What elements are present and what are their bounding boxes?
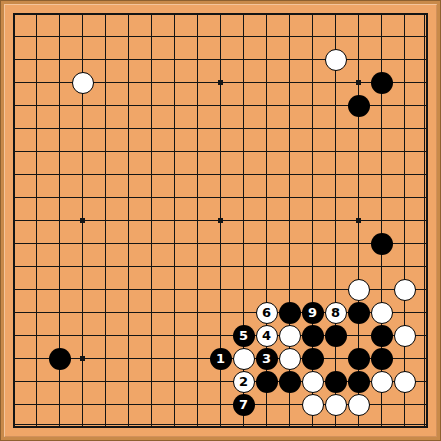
white-stone: 2: [233, 371, 255, 393]
white-stone: [233, 348, 255, 370]
black-stone: 5: [233, 325, 255, 347]
black-stone: [279, 371, 301, 393]
black-stone: 1: [210, 348, 232, 370]
white-stone: [394, 279, 416, 301]
move-number-label: 5: [239, 329, 248, 342]
go-board-surface: 698541327: [4, 4, 437, 437]
move-number-label: 6: [262, 306, 271, 319]
black-stone: 9: [302, 302, 324, 324]
move-number-label: 2: [239, 375, 248, 388]
white-stone: [279, 325, 301, 347]
white-stone: [348, 394, 370, 416]
move-number-label: 4: [262, 329, 271, 342]
go-board: 698541327: [0, 0, 441, 441]
move-number-label: 1: [216, 352, 225, 365]
black-stone: [279, 302, 301, 324]
white-stone: 4: [256, 325, 278, 347]
black-stone: [49, 348, 71, 370]
white-stone: [302, 394, 324, 416]
black-stone: [371, 325, 393, 347]
black-stone: [256, 371, 278, 393]
white-stone: [348, 279, 370, 301]
black-stone: [302, 348, 324, 370]
white-stone: [279, 348, 301, 370]
white-stone: 8: [325, 302, 347, 324]
white-stone: [371, 302, 393, 324]
black-stone: [348, 95, 370, 117]
black-stone: [302, 325, 324, 347]
white-stone: [394, 371, 416, 393]
black-stone: [348, 348, 370, 370]
stones-layer: 698541327: [4, 4, 437, 437]
white-stone: [371, 371, 393, 393]
move-number-label: 7: [239, 398, 248, 411]
move-number-label: 9: [308, 306, 317, 319]
white-stone: 6: [256, 302, 278, 324]
black-stone: [348, 302, 370, 324]
white-stone: [72, 72, 94, 94]
black-stone: [348, 371, 370, 393]
move-number-label: 3: [262, 352, 271, 365]
black-stone: [371, 348, 393, 370]
white-stone: [302, 371, 324, 393]
black-stone: [325, 371, 347, 393]
black-stone: 7: [233, 394, 255, 416]
move-number-label: 8: [331, 306, 340, 319]
black-stone: 3: [256, 348, 278, 370]
black-stone: [371, 72, 393, 94]
black-stone: [325, 325, 347, 347]
white-stone: [325, 394, 347, 416]
white-stone: [325, 49, 347, 71]
black-stone: [371, 233, 393, 255]
white-stone: [394, 325, 416, 347]
